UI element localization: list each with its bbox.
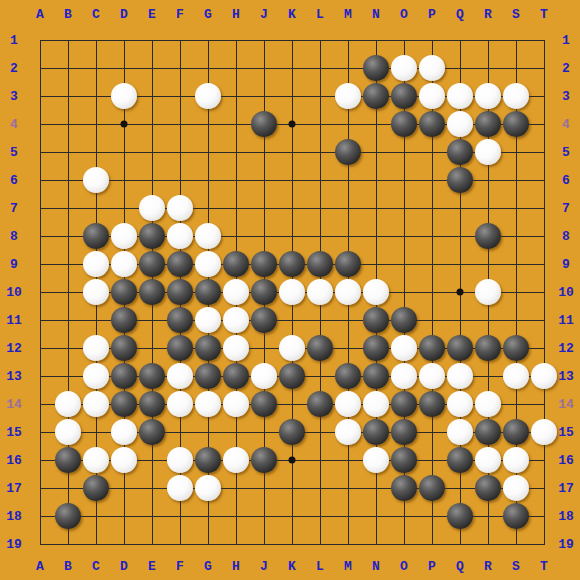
intersection-F7[interactable]: [166, 194, 194, 222]
intersection-S16[interactable]: [502, 446, 530, 474]
intersection-A3[interactable]: [26, 82, 54, 110]
intersection-S10[interactable]: [502, 278, 530, 306]
intersection-K13[interactable]: [278, 362, 306, 390]
intersection-O4[interactable]: [390, 110, 418, 138]
intersection-B9[interactable]: [54, 250, 82, 278]
intersection-O1[interactable]: [390, 26, 418, 54]
intersection-D7[interactable]: [110, 194, 138, 222]
intersection-G13[interactable]: [194, 362, 222, 390]
intersection-E15[interactable]: [138, 418, 166, 446]
intersection-O7[interactable]: [390, 194, 418, 222]
intersection-B6[interactable]: [54, 166, 82, 194]
intersection-C19[interactable]: [82, 530, 110, 558]
intersection-Q10[interactable]: [446, 278, 474, 306]
intersection-K8[interactable]: [278, 222, 306, 250]
intersection-L17[interactable]: [306, 474, 334, 502]
intersection-C11[interactable]: [82, 306, 110, 334]
intersection-N14[interactable]: [362, 390, 390, 418]
intersection-M14[interactable]: [334, 390, 362, 418]
intersection-E14[interactable]: [138, 390, 166, 418]
intersection-F11[interactable]: [166, 306, 194, 334]
intersection-N2[interactable]: [362, 54, 390, 82]
intersection-H3[interactable]: [222, 82, 250, 110]
intersection-E7[interactable]: [138, 194, 166, 222]
intersection-Q17[interactable]: [446, 474, 474, 502]
intersection-M8[interactable]: [334, 222, 362, 250]
intersection-B4[interactable]: [54, 110, 82, 138]
intersection-L6[interactable]: [306, 166, 334, 194]
intersection-O6[interactable]: [390, 166, 418, 194]
intersection-G16[interactable]: [194, 446, 222, 474]
intersection-G19[interactable]: [194, 530, 222, 558]
intersection-R3[interactable]: [474, 82, 502, 110]
intersection-T17[interactable]: [530, 474, 558, 502]
intersection-A8[interactable]: [26, 222, 54, 250]
intersection-M7[interactable]: [334, 194, 362, 222]
intersection-T6[interactable]: [530, 166, 558, 194]
intersection-T15[interactable]: [530, 418, 558, 446]
intersection-N7[interactable]: [362, 194, 390, 222]
intersection-B7[interactable]: [54, 194, 82, 222]
intersection-N6[interactable]: [362, 166, 390, 194]
intersection-J9[interactable]: [250, 250, 278, 278]
intersection-E4[interactable]: [138, 110, 166, 138]
intersection-S15[interactable]: [502, 418, 530, 446]
intersection-D16[interactable]: [110, 446, 138, 474]
intersection-M16[interactable]: [334, 446, 362, 474]
intersection-O10[interactable]: [390, 278, 418, 306]
intersection-O16[interactable]: [390, 446, 418, 474]
intersection-F8[interactable]: [166, 222, 194, 250]
intersection-E2[interactable]: [138, 54, 166, 82]
intersection-B10[interactable]: [54, 278, 82, 306]
intersection-J3[interactable]: [250, 82, 278, 110]
intersection-A14[interactable]: [26, 390, 54, 418]
intersection-A6[interactable]: [26, 166, 54, 194]
intersection-B14[interactable]: [54, 390, 82, 418]
intersection-D13[interactable]: [110, 362, 138, 390]
intersection-R13[interactable]: [474, 362, 502, 390]
intersection-O3[interactable]: [390, 82, 418, 110]
intersection-F14[interactable]: [166, 390, 194, 418]
intersection-B5[interactable]: [54, 138, 82, 166]
intersection-L1[interactable]: [306, 26, 334, 54]
intersection-S6[interactable]: [502, 166, 530, 194]
intersection-H8[interactable]: [222, 222, 250, 250]
intersection-L3[interactable]: [306, 82, 334, 110]
intersection-H10[interactable]: [222, 278, 250, 306]
intersection-D19[interactable]: [110, 530, 138, 558]
intersection-A11[interactable]: [26, 306, 54, 334]
intersection-F5[interactable]: [166, 138, 194, 166]
intersection-G14[interactable]: [194, 390, 222, 418]
intersection-H9[interactable]: [222, 250, 250, 278]
intersection-T14[interactable]: [530, 390, 558, 418]
intersection-R7[interactable]: [474, 194, 502, 222]
intersection-H18[interactable]: [222, 502, 250, 530]
intersection-C13[interactable]: [82, 362, 110, 390]
intersection-A7[interactable]: [26, 194, 54, 222]
intersection-P16[interactable]: [418, 446, 446, 474]
intersection-D18[interactable]: [110, 502, 138, 530]
intersection-J4[interactable]: [250, 110, 278, 138]
intersection-M18[interactable]: [334, 502, 362, 530]
intersection-P15[interactable]: [418, 418, 446, 446]
intersection-T1[interactable]: [530, 26, 558, 54]
intersection-C2[interactable]: [82, 54, 110, 82]
intersection-Q14[interactable]: [446, 390, 474, 418]
intersection-D12[interactable]: [110, 334, 138, 362]
intersection-S4[interactable]: [502, 110, 530, 138]
intersection-N12[interactable]: [362, 334, 390, 362]
intersection-L18[interactable]: [306, 502, 334, 530]
intersection-J19[interactable]: [250, 530, 278, 558]
intersection-K11[interactable]: [278, 306, 306, 334]
intersection-C12[interactable]: [82, 334, 110, 362]
intersection-N11[interactable]: [362, 306, 390, 334]
intersection-B16[interactable]: [54, 446, 82, 474]
intersection-S13[interactable]: [502, 362, 530, 390]
intersection-C5[interactable]: [82, 138, 110, 166]
intersection-P11[interactable]: [418, 306, 446, 334]
intersection-J7[interactable]: [250, 194, 278, 222]
intersection-E12[interactable]: [138, 334, 166, 362]
intersection-P4[interactable]: [418, 110, 446, 138]
intersection-M10[interactable]: [334, 278, 362, 306]
intersection-R8[interactable]: [474, 222, 502, 250]
intersection-T2[interactable]: [530, 54, 558, 82]
intersection-C10[interactable]: [82, 278, 110, 306]
intersection-Q19[interactable]: [446, 530, 474, 558]
intersection-J15[interactable]: [250, 418, 278, 446]
intersection-N1[interactable]: [362, 26, 390, 54]
intersection-F18[interactable]: [166, 502, 194, 530]
intersection-E5[interactable]: [138, 138, 166, 166]
intersection-C3[interactable]: [82, 82, 110, 110]
intersection-H16[interactable]: [222, 446, 250, 474]
intersection-G15[interactable]: [194, 418, 222, 446]
intersection-R18[interactable]: [474, 502, 502, 530]
intersection-K4[interactable]: [278, 110, 306, 138]
intersection-M5[interactable]: [334, 138, 362, 166]
intersection-C18[interactable]: [82, 502, 110, 530]
intersection-P8[interactable]: [418, 222, 446, 250]
intersection-F9[interactable]: [166, 250, 194, 278]
intersection-G7[interactable]: [194, 194, 222, 222]
intersection-K16[interactable]: [278, 446, 306, 474]
intersection-K17[interactable]: [278, 474, 306, 502]
intersection-J14[interactable]: [250, 390, 278, 418]
intersection-G1[interactable]: [194, 26, 222, 54]
intersection-G9[interactable]: [194, 250, 222, 278]
intersection-A1[interactable]: [26, 26, 54, 54]
intersection-L16[interactable]: [306, 446, 334, 474]
intersection-C9[interactable]: [82, 250, 110, 278]
intersection-M6[interactable]: [334, 166, 362, 194]
intersection-O2[interactable]: [390, 54, 418, 82]
intersection-F15[interactable]: [166, 418, 194, 446]
intersection-L15[interactable]: [306, 418, 334, 446]
intersection-M19[interactable]: [334, 530, 362, 558]
intersection-M11[interactable]: [334, 306, 362, 334]
intersection-K10[interactable]: [278, 278, 306, 306]
intersection-H11[interactable]: [222, 306, 250, 334]
intersection-N13[interactable]: [362, 362, 390, 390]
intersection-O12[interactable]: [390, 334, 418, 362]
intersection-E16[interactable]: [138, 446, 166, 474]
intersection-C14[interactable]: [82, 390, 110, 418]
intersection-N8[interactable]: [362, 222, 390, 250]
intersection-S3[interactable]: [502, 82, 530, 110]
intersection-O17[interactable]: [390, 474, 418, 502]
intersection-G4[interactable]: [194, 110, 222, 138]
intersection-P19[interactable]: [418, 530, 446, 558]
intersection-D17[interactable]: [110, 474, 138, 502]
intersection-D1[interactable]: [110, 26, 138, 54]
intersection-O8[interactable]: [390, 222, 418, 250]
intersection-D14[interactable]: [110, 390, 138, 418]
intersection-A2[interactable]: [26, 54, 54, 82]
intersection-J13[interactable]: [250, 362, 278, 390]
intersection-E19[interactable]: [138, 530, 166, 558]
intersection-G18[interactable]: [194, 502, 222, 530]
intersection-J10[interactable]: [250, 278, 278, 306]
intersection-K2[interactable]: [278, 54, 306, 82]
intersection-Q3[interactable]: [446, 82, 474, 110]
intersection-L11[interactable]: [306, 306, 334, 334]
intersection-J2[interactable]: [250, 54, 278, 82]
intersection-C15[interactable]: [82, 418, 110, 446]
intersection-D2[interactable]: [110, 54, 138, 82]
intersection-D5[interactable]: [110, 138, 138, 166]
intersection-Q1[interactable]: [446, 26, 474, 54]
intersection-S5[interactable]: [502, 138, 530, 166]
intersection-A4[interactable]: [26, 110, 54, 138]
intersection-P6[interactable]: [418, 166, 446, 194]
intersection-J11[interactable]: [250, 306, 278, 334]
intersection-N18[interactable]: [362, 502, 390, 530]
intersection-K15[interactable]: [278, 418, 306, 446]
intersection-L8[interactable]: [306, 222, 334, 250]
intersection-L9[interactable]: [306, 250, 334, 278]
intersection-P10[interactable]: [418, 278, 446, 306]
intersection-N3[interactable]: [362, 82, 390, 110]
intersection-D3[interactable]: [110, 82, 138, 110]
intersection-F17[interactable]: [166, 474, 194, 502]
intersection-F13[interactable]: [166, 362, 194, 390]
intersection-K12[interactable]: [278, 334, 306, 362]
intersection-K1[interactable]: [278, 26, 306, 54]
intersection-J18[interactable]: [250, 502, 278, 530]
intersection-L14[interactable]: [306, 390, 334, 418]
intersection-H13[interactable]: [222, 362, 250, 390]
intersection-S7[interactable]: [502, 194, 530, 222]
intersection-F1[interactable]: [166, 26, 194, 54]
intersection-H4[interactable]: [222, 110, 250, 138]
intersection-Q2[interactable]: [446, 54, 474, 82]
intersection-H6[interactable]: [222, 166, 250, 194]
intersection-J1[interactable]: [250, 26, 278, 54]
intersection-M15[interactable]: [334, 418, 362, 446]
intersection-M1[interactable]: [334, 26, 362, 54]
intersection-M3[interactable]: [334, 82, 362, 110]
intersection-F12[interactable]: [166, 334, 194, 362]
intersection-M13[interactable]: [334, 362, 362, 390]
intersection-R15[interactable]: [474, 418, 502, 446]
intersection-S8[interactable]: [502, 222, 530, 250]
intersection-N4[interactable]: [362, 110, 390, 138]
intersection-R19[interactable]: [474, 530, 502, 558]
intersection-T19[interactable]: [530, 530, 558, 558]
intersection-E10[interactable]: [138, 278, 166, 306]
intersection-P12[interactable]: [418, 334, 446, 362]
intersection-K3[interactable]: [278, 82, 306, 110]
intersection-L13[interactable]: [306, 362, 334, 390]
intersection-H12[interactable]: [222, 334, 250, 362]
intersection-L19[interactable]: [306, 530, 334, 558]
intersection-J8[interactable]: [250, 222, 278, 250]
intersection-M2[interactable]: [334, 54, 362, 82]
intersection-Q13[interactable]: [446, 362, 474, 390]
intersection-L10[interactable]: [306, 278, 334, 306]
intersection-P9[interactable]: [418, 250, 446, 278]
intersection-N19[interactable]: [362, 530, 390, 558]
intersection-T9[interactable]: [530, 250, 558, 278]
intersection-Q5[interactable]: [446, 138, 474, 166]
intersection-Q12[interactable]: [446, 334, 474, 362]
intersection-D8[interactable]: [110, 222, 138, 250]
intersection-T11[interactable]: [530, 306, 558, 334]
intersection-T16[interactable]: [530, 446, 558, 474]
intersection-O15[interactable]: [390, 418, 418, 446]
intersection-A10[interactable]: [26, 278, 54, 306]
intersection-A19[interactable]: [26, 530, 54, 558]
intersection-H17[interactable]: [222, 474, 250, 502]
intersection-T5[interactable]: [530, 138, 558, 166]
intersection-S1[interactable]: [502, 26, 530, 54]
intersection-K5[interactable]: [278, 138, 306, 166]
intersection-S17[interactable]: [502, 474, 530, 502]
intersection-L7[interactable]: [306, 194, 334, 222]
intersection-F6[interactable]: [166, 166, 194, 194]
intersection-J12[interactable]: [250, 334, 278, 362]
intersection-M17[interactable]: [334, 474, 362, 502]
intersection-E1[interactable]: [138, 26, 166, 54]
intersection-K6[interactable]: [278, 166, 306, 194]
intersection-N17[interactable]: [362, 474, 390, 502]
intersection-E11[interactable]: [138, 306, 166, 334]
intersection-A18[interactable]: [26, 502, 54, 530]
intersection-S2[interactable]: [502, 54, 530, 82]
intersection-M4[interactable]: [334, 110, 362, 138]
intersection-E6[interactable]: [138, 166, 166, 194]
intersection-A5[interactable]: [26, 138, 54, 166]
intersection-E18[interactable]: [138, 502, 166, 530]
intersection-Q16[interactable]: [446, 446, 474, 474]
intersection-G11[interactable]: [194, 306, 222, 334]
intersection-H14[interactable]: [222, 390, 250, 418]
intersection-M9[interactable]: [334, 250, 362, 278]
intersection-O5[interactable]: [390, 138, 418, 166]
intersection-B13[interactable]: [54, 362, 82, 390]
intersection-P2[interactable]: [418, 54, 446, 82]
intersection-D11[interactable]: [110, 306, 138, 334]
intersection-S19[interactable]: [502, 530, 530, 558]
intersection-S11[interactable]: [502, 306, 530, 334]
intersection-C7[interactable]: [82, 194, 110, 222]
intersection-G8[interactable]: [194, 222, 222, 250]
intersection-Q18[interactable]: [446, 502, 474, 530]
intersection-H5[interactable]: [222, 138, 250, 166]
intersection-E17[interactable]: [138, 474, 166, 502]
intersection-T13[interactable]: [530, 362, 558, 390]
intersection-C16[interactable]: [82, 446, 110, 474]
intersection-S12[interactable]: [502, 334, 530, 362]
intersection-B18[interactable]: [54, 502, 82, 530]
intersection-R17[interactable]: [474, 474, 502, 502]
intersection-H7[interactable]: [222, 194, 250, 222]
intersection-A16[interactable]: [26, 446, 54, 474]
intersection-N15[interactable]: [362, 418, 390, 446]
intersection-B1[interactable]: [54, 26, 82, 54]
intersection-T4[interactable]: [530, 110, 558, 138]
intersection-R6[interactable]: [474, 166, 502, 194]
intersection-F3[interactable]: [166, 82, 194, 110]
intersection-P17[interactable]: [418, 474, 446, 502]
intersection-B8[interactable]: [54, 222, 82, 250]
intersection-L4[interactable]: [306, 110, 334, 138]
intersection-Q8[interactable]: [446, 222, 474, 250]
intersection-J17[interactable]: [250, 474, 278, 502]
intersection-J5[interactable]: [250, 138, 278, 166]
intersection-E3[interactable]: [138, 82, 166, 110]
intersection-Q15[interactable]: [446, 418, 474, 446]
intersection-F10[interactable]: [166, 278, 194, 306]
intersection-L5[interactable]: [306, 138, 334, 166]
intersection-R5[interactable]: [474, 138, 502, 166]
intersection-T12[interactable]: [530, 334, 558, 362]
intersection-D4[interactable]: [110, 110, 138, 138]
intersection-C6[interactable]: [82, 166, 110, 194]
intersection-K19[interactable]: [278, 530, 306, 558]
intersection-K9[interactable]: [278, 250, 306, 278]
intersection-A12[interactable]: [26, 334, 54, 362]
intersection-C4[interactable]: [82, 110, 110, 138]
intersection-S14[interactable]: [502, 390, 530, 418]
intersection-N5[interactable]: [362, 138, 390, 166]
intersection-Q7[interactable]: [446, 194, 474, 222]
intersection-H2[interactable]: [222, 54, 250, 82]
intersection-R4[interactable]: [474, 110, 502, 138]
intersection-G2[interactable]: [194, 54, 222, 82]
intersection-D10[interactable]: [110, 278, 138, 306]
intersection-L2[interactable]: [306, 54, 334, 82]
intersection-D6[interactable]: [110, 166, 138, 194]
intersection-B12[interactable]: [54, 334, 82, 362]
intersection-H19[interactable]: [222, 530, 250, 558]
intersection-Q9[interactable]: [446, 250, 474, 278]
intersection-K18[interactable]: [278, 502, 306, 530]
intersection-E13[interactable]: [138, 362, 166, 390]
intersection-H1[interactable]: [222, 26, 250, 54]
intersection-R10[interactable]: [474, 278, 502, 306]
intersection-G10[interactable]: [194, 278, 222, 306]
intersection-Q6[interactable]: [446, 166, 474, 194]
intersection-R11[interactable]: [474, 306, 502, 334]
intersection-T10[interactable]: [530, 278, 558, 306]
intersection-N9[interactable]: [362, 250, 390, 278]
intersection-B11[interactable]: [54, 306, 82, 334]
